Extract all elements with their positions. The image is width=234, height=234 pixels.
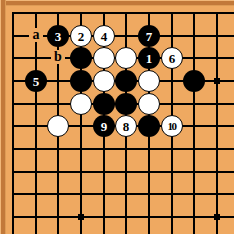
move-number: 6 xyxy=(169,52,176,65)
white-stone-move-2: 2 xyxy=(70,25,92,47)
move-number: 2 xyxy=(78,30,85,43)
board-border-top xyxy=(0,0,234,6)
white-stone xyxy=(138,70,160,92)
grid-vline-9 xyxy=(193,12,195,234)
grid-vline-10 xyxy=(216,12,218,234)
move-number: 3 xyxy=(55,30,62,43)
grid-hline-10 xyxy=(12,216,234,218)
white-stone-move-6: 6 xyxy=(161,47,183,69)
black-stone xyxy=(70,70,92,92)
point-label-a: a xyxy=(29,28,43,42)
move-number: 1 xyxy=(146,52,153,65)
black-stone xyxy=(183,70,205,92)
white-stone-move-10: 10 xyxy=(161,115,183,137)
move-number: 7 xyxy=(146,30,153,43)
black-stone xyxy=(115,93,137,115)
white-stone-move-4: 4 xyxy=(93,25,115,47)
grid-hline-7 xyxy=(12,148,234,150)
black-stone-move-1: 1 xyxy=(138,47,160,69)
star-point xyxy=(214,214,220,220)
black-stone xyxy=(93,93,115,115)
grid-hline-9 xyxy=(12,193,234,195)
board-border-left xyxy=(0,0,6,234)
point-label-b: b xyxy=(51,50,65,64)
black-stone-move-3: 3 xyxy=(47,25,69,47)
white-stone xyxy=(93,70,115,92)
move-number: 8 xyxy=(123,120,130,133)
grid-hline-8 xyxy=(12,171,234,173)
white-stone xyxy=(138,93,160,115)
white-stone xyxy=(47,115,69,137)
black-stone-move-5: 5 xyxy=(25,70,47,92)
move-number: 10 xyxy=(168,121,176,132)
move-number: 4 xyxy=(101,30,108,43)
star-point xyxy=(78,214,84,220)
grid-hline-1 xyxy=(12,12,234,14)
grid-vline-1 xyxy=(12,12,14,234)
white-stone xyxy=(115,47,137,69)
grid-vline-2 xyxy=(35,12,37,234)
star-point xyxy=(214,78,220,84)
black-stone-move-9: 9 xyxy=(93,115,115,137)
grid-hline-2 xyxy=(12,35,234,37)
black-stone xyxy=(70,47,92,69)
white-stone-move-8: 8 xyxy=(115,115,137,137)
white-stone xyxy=(70,93,92,115)
black-stone xyxy=(138,115,160,137)
move-number: 5 xyxy=(33,75,40,88)
move-number: 9 xyxy=(101,120,108,133)
black-stone xyxy=(115,70,137,92)
go-board: ab 32471659810 xyxy=(0,0,234,234)
black-stone-move-7: 7 xyxy=(138,25,160,47)
white-stone xyxy=(93,47,115,69)
